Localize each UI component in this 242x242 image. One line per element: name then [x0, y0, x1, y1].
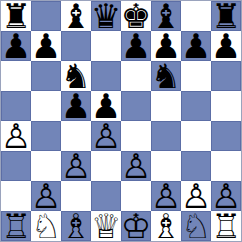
chess-board-container: ♜♝♛♚♝♜♟♟♟♟♟♟♞♞♟♟♙♙♙♙♙♙♙♙♖♘♗♕♔♗♘♖ — [0, 0, 242, 242]
square-a6[interactable] — [1, 61, 31, 91]
square-f1[interactable]: ♗ — [151, 211, 181, 241]
square-e7[interactable]: ♟ — [121, 31, 151, 61]
white-bishop[interactable]: ♗ — [151, 211, 181, 241]
square-h1[interactable]: ♖ — [211, 211, 241, 241]
black-queen[interactable]: ♛ — [91, 1, 121, 31]
square-a3[interactable] — [1, 151, 31, 181]
square-g5[interactable] — [181, 91, 211, 121]
square-c1[interactable]: ♗ — [61, 211, 91, 241]
black-knight[interactable]: ♞ — [151, 61, 181, 91]
white-rook[interactable]: ♖ — [211, 211, 241, 241]
square-d7[interactable] — [91, 31, 121, 61]
square-g6[interactable] — [181, 61, 211, 91]
square-b6[interactable] — [31, 61, 61, 91]
square-e6[interactable] — [121, 61, 151, 91]
square-b5[interactable] — [31, 91, 61, 121]
white-pawn[interactable]: ♙ — [1, 121, 31, 151]
square-c3[interactable]: ♙ — [61, 151, 91, 181]
square-a4[interactable]: ♙ — [1, 121, 31, 151]
square-h5[interactable] — [211, 91, 241, 121]
square-f4[interactable] — [151, 121, 181, 151]
square-f5[interactable] — [151, 91, 181, 121]
square-g1[interactable]: ♘ — [181, 211, 211, 241]
black-pawn[interactable]: ♟ — [181, 31, 211, 61]
square-c5[interactable]: ♟ — [61, 91, 91, 121]
square-d4[interactable]: ♙ — [91, 121, 121, 151]
square-f6[interactable]: ♞ — [151, 61, 181, 91]
white-knight[interactable]: ♘ — [31, 211, 61, 241]
square-d3[interactable] — [91, 151, 121, 181]
black-pawn[interactable]: ♟ — [1, 31, 31, 61]
white-queen[interactable]: ♕ — [91, 211, 121, 241]
black-pawn[interactable]: ♟ — [211, 31, 241, 61]
square-b7[interactable]: ♟ — [31, 31, 61, 61]
square-a1[interactable]: ♖ — [1, 211, 31, 241]
black-bishop[interactable]: ♝ — [61, 1, 91, 31]
black-pawn[interactable]: ♟ — [31, 31, 61, 61]
chess-board: ♜♝♛♚♝♜♟♟♟♟♟♟♞♞♟♟♙♙♙♙♙♙♙♙♖♘♗♕♔♗♘♖ — [0, 0, 242, 242]
black-pawn[interactable]: ♟ — [61, 91, 91, 121]
white-rook[interactable]: ♖ — [1, 211, 31, 241]
square-h4[interactable] — [211, 121, 241, 151]
square-e3[interactable]: ♙ — [121, 151, 151, 181]
white-pawn[interactable]: ♙ — [91, 121, 121, 151]
square-b4[interactable] — [31, 121, 61, 151]
square-e5[interactable] — [121, 91, 151, 121]
white-knight[interactable]: ♘ — [181, 211, 211, 241]
white-king[interactable]: ♔ — [121, 211, 151, 241]
square-h7[interactable]: ♟ — [211, 31, 241, 61]
square-g4[interactable] — [181, 121, 211, 151]
square-e1[interactable]: ♔ — [121, 211, 151, 241]
square-h6[interactable] — [211, 61, 241, 91]
white-pawn[interactable]: ♙ — [61, 151, 91, 181]
white-bishop[interactable]: ♗ — [61, 211, 91, 241]
black-pawn[interactable]: ♟ — [121, 31, 151, 61]
white-pawn[interactable]: ♙ — [121, 151, 151, 181]
square-a7[interactable]: ♟ — [1, 31, 31, 61]
square-d8[interactable]: ♛ — [91, 1, 121, 31]
square-d1[interactable]: ♕ — [91, 211, 121, 241]
square-c8[interactable]: ♝ — [61, 1, 91, 31]
square-b1[interactable]: ♘ — [31, 211, 61, 241]
square-g7[interactable]: ♟ — [181, 31, 211, 61]
